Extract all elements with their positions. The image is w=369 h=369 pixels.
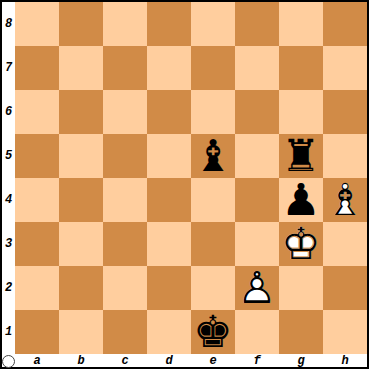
white-bishop-glyph: ♗ <box>323 178 367 222</box>
file-label-b: b <box>59 354 103 367</box>
square-h4[interactable]: ♝♗ <box>323 178 367 222</box>
square-e3[interactable] <box>191 222 235 266</box>
white-king[interactable]: ♚♔ <box>279 222 323 266</box>
square-e5[interactable]: ♝ <box>191 134 235 178</box>
square-a4[interactable] <box>15 178 59 222</box>
square-g3[interactable]: ♚♔ <box>279 222 323 266</box>
white-bishop[interactable]: ♝♗ <box>323 178 367 222</box>
square-e6[interactable] <box>191 90 235 134</box>
rank-label-4: 4 <box>2 178 15 222</box>
rank-label-7: 7 <box>2 46 15 90</box>
square-c4[interactable] <box>103 178 147 222</box>
square-c7[interactable] <box>103 46 147 90</box>
square-f3[interactable] <box>235 222 279 266</box>
square-d8[interactable] <box>147 2 191 46</box>
black-bishop[interactable]: ♝ <box>191 134 235 178</box>
chess-diagram: 8765♝♜4♟♝♗3♚♔2♟♙1♚abcdefgh <box>0 0 369 369</box>
black-pawn-glyph: ♟ <box>279 178 323 222</box>
black-king-glyph: ♚ <box>191 310 235 354</box>
white-to-move-indicator <box>2 355 15 368</box>
black-pawn[interactable]: ♟ <box>279 178 323 222</box>
board: 8765♝♜4♟♝♗3♚♔2♟♙1♚abcdefgh <box>2 2 367 367</box>
file-label-f: f <box>235 354 279 367</box>
square-d2[interactable] <box>147 266 191 310</box>
white-king-glyph: ♔ <box>279 222 323 266</box>
square-h6[interactable] <box>323 90 367 134</box>
square-b2[interactable] <box>59 266 103 310</box>
square-h3[interactable] <box>323 222 367 266</box>
black-bishop-glyph: ♝ <box>191 134 235 178</box>
square-c2[interactable] <box>103 266 147 310</box>
square-b7[interactable] <box>59 46 103 90</box>
black-rook-glyph: ♜ <box>279 134 323 178</box>
square-h1[interactable] <box>323 310 367 354</box>
rank-label-5: 5 <box>2 134 15 178</box>
file-label-d: d <box>147 354 191 367</box>
square-a7[interactable] <box>15 46 59 90</box>
rank-label-6: 6 <box>2 90 15 134</box>
square-f2[interactable]: ♟♙ <box>235 266 279 310</box>
square-f4[interactable] <box>235 178 279 222</box>
square-b3[interactable] <box>59 222 103 266</box>
square-h5[interactable] <box>323 134 367 178</box>
square-a3[interactable] <box>15 222 59 266</box>
square-e4[interactable] <box>191 178 235 222</box>
square-f5[interactable] <box>235 134 279 178</box>
square-e7[interactable] <box>191 46 235 90</box>
square-a5[interactable] <box>15 134 59 178</box>
square-g2[interactable] <box>279 266 323 310</box>
rank-label-8: 8 <box>2 2 15 46</box>
square-d3[interactable] <box>147 222 191 266</box>
square-e1[interactable]: ♚ <box>191 310 235 354</box>
rank-label-1: 1 <box>2 310 15 354</box>
square-f1[interactable] <box>235 310 279 354</box>
square-c5[interactable] <box>103 134 147 178</box>
square-g1[interactable] <box>279 310 323 354</box>
square-d6[interactable] <box>147 90 191 134</box>
square-c1[interactable] <box>103 310 147 354</box>
square-b1[interactable] <box>59 310 103 354</box>
square-g5[interactable]: ♜ <box>279 134 323 178</box>
square-d7[interactable] <box>147 46 191 90</box>
square-f7[interactable] <box>235 46 279 90</box>
square-d5[interactable] <box>147 134 191 178</box>
side-to-move-corner <box>2 354 15 367</box>
square-f6[interactable] <box>235 90 279 134</box>
square-g7[interactable] <box>279 46 323 90</box>
square-c3[interactable] <box>103 222 147 266</box>
white-pawn[interactable]: ♟♙ <box>235 266 279 310</box>
rank-label-3: 3 <box>2 222 15 266</box>
square-h2[interactable] <box>323 266 367 310</box>
square-g4[interactable]: ♟ <box>279 178 323 222</box>
square-c8[interactable] <box>103 2 147 46</box>
square-a8[interactable] <box>15 2 59 46</box>
square-a6[interactable] <box>15 90 59 134</box>
square-b5[interactable] <box>59 134 103 178</box>
square-b4[interactable] <box>59 178 103 222</box>
square-e2[interactable] <box>191 266 235 310</box>
square-a2[interactable] <box>15 266 59 310</box>
square-h7[interactable] <box>323 46 367 90</box>
rank-label-2: 2 <box>2 266 15 310</box>
file-label-c: c <box>103 354 147 367</box>
white-pawn-glyph: ♙ <box>235 266 279 310</box>
file-label-a: a <box>15 354 59 367</box>
square-b8[interactable] <box>59 2 103 46</box>
file-label-g: g <box>279 354 323 367</box>
black-king[interactable]: ♚ <box>191 310 235 354</box>
square-a1[interactable] <box>15 310 59 354</box>
file-label-h: h <box>323 354 367 367</box>
square-d4[interactable] <box>147 178 191 222</box>
black-rook[interactable]: ♜ <box>279 134 323 178</box>
square-f8[interactable] <box>235 2 279 46</box>
square-g8[interactable] <box>279 2 323 46</box>
square-h8[interactable] <box>323 2 367 46</box>
square-b6[interactable] <box>59 90 103 134</box>
square-d1[interactable] <box>147 310 191 354</box>
square-g6[interactable] <box>279 90 323 134</box>
square-e8[interactable] <box>191 2 235 46</box>
square-c6[interactable] <box>103 90 147 134</box>
